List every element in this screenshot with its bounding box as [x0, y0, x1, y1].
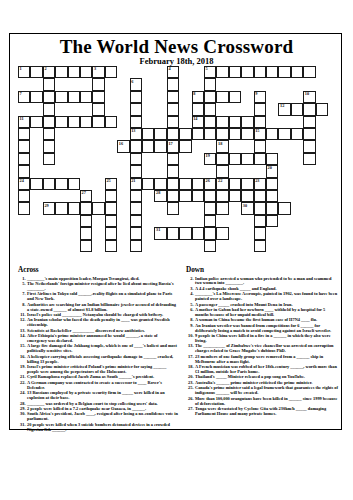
grid-cell[interactable]	[291, 103, 303, 115]
clue-text: 9 people in China were killed in a fire …	[195, 334, 338, 344]
clue-list-number: 16.	[18, 355, 27, 365]
grid-cell[interactable]	[266, 215, 278, 227]
grid-cell[interactable]: 20	[266, 165, 278, 177]
grid-cell[interactable]	[55, 66, 67, 78]
clue-number: 10	[305, 92, 309, 97]
clue-text: A German company was contracted to creat…	[27, 381, 178, 391]
clue: 15.A large fire damaged the Jokhang temp…	[18, 344, 178, 354]
grid-cell[interactable]	[18, 165, 30, 177]
across-clue-list: 1.________'s main opposition leader, Mor…	[18, 277, 178, 433]
grid-cell[interactable]	[316, 103, 328, 115]
grid-cell[interactable]	[254, 153, 266, 165]
grid-cell[interactable]	[80, 215, 92, 227]
grid-cell[interactable]	[167, 103, 179, 115]
grid-cell[interactable]	[192, 190, 204, 202]
grid-cell[interactable]	[167, 78, 179, 90]
clue-text: The Netherlands' foreign minister resign…	[27, 282, 178, 292]
grid-cell[interactable]	[179, 140, 191, 152]
grid-cell[interactable]	[105, 215, 117, 227]
grid-cell[interactable]	[92, 116, 104, 128]
clue-list-number: 24.	[18, 391, 27, 401]
clue-number: 5	[206, 67, 208, 72]
grid-cell[interactable]	[179, 190, 191, 202]
grid-cell[interactable]	[43, 116, 55, 128]
grid-cell[interactable]: 24	[18, 178, 30, 190]
grid-cell[interactable]	[241, 128, 253, 140]
grid-cell[interactable]	[130, 202, 142, 214]
clue-list-number: 19.	[18, 365, 27, 375]
grid-cell[interactable]	[229, 91, 241, 103]
clue-text: A helicopter carrying officials assessin…	[27, 355, 178, 365]
grid-cell[interactable]	[179, 227, 191, 239]
grid-cell[interactable]	[266, 153, 278, 165]
grid-cell[interactable]	[278, 128, 290, 140]
grid-cell[interactable]	[92, 202, 104, 214]
grid-cell[interactable]	[92, 103, 104, 115]
clue-number: 3	[94, 67, 96, 72]
clue-number: 28	[156, 191, 160, 196]
grid-cell[interactable]	[105, 116, 117, 128]
clue: 18.A French musician was robbed of her 1…	[186, 365, 338, 375]
clue-number: 13	[131, 129, 135, 134]
clue-number: 4	[168, 67, 170, 72]
clue-number: 23	[255, 179, 259, 184]
grid-cell[interactable]	[216, 165, 228, 177]
grid-cell[interactable]	[216, 91, 228, 103]
clue: 17.23 members of one family group were r…	[186, 355, 338, 365]
grid-cell[interactable]	[216, 66, 228, 78]
grid-cell[interactable]	[167, 190, 179, 202]
grid-cell[interactable]	[154, 128, 166, 140]
clue: 14.After Ethiopia's prime minister annou…	[18, 334, 178, 344]
clue-text: 20 people were killed when 3 suicide bom…	[27, 423, 178, 433]
clue-number: 21	[131, 179, 135, 184]
clue-text: ________'s La Misereuse Accroupie, paint…	[195, 292, 338, 302]
grid-cell[interactable]	[18, 190, 30, 202]
grid-cell[interactable]	[68, 116, 80, 128]
grid-cell[interactable]	[204, 190, 216, 202]
grid-cell[interactable]	[18, 128, 30, 140]
grid-cell[interactable]	[266, 128, 278, 140]
down-header: Down	[186, 266, 338, 274]
grid-cell[interactable]	[130, 165, 142, 177]
clue-text: 23 members of one family group were remo…	[195, 355, 338, 365]
grid-cell[interactable]	[167, 178, 179, 190]
clue-list-number: 17.	[186, 355, 195, 365]
grid-cell[interactable]	[254, 190, 266, 202]
clue-list-number: 18.	[186, 365, 195, 375]
grid-cell[interactable]	[80, 240, 92, 252]
clue-list-number: 7.	[18, 292, 27, 302]
grid-cell[interactable]: 19	[204, 153, 216, 165]
grid-cell[interactable]	[105, 66, 117, 78]
grid-cell[interactable]	[18, 140, 30, 152]
clue: 9.An Iranian wrestler was banned from co…	[186, 324, 338, 334]
grid-cell[interactable]	[142, 128, 154, 140]
grid-cell[interactable]: 28	[154, 190, 166, 202]
grid-cell[interactable]	[130, 190, 142, 202]
grid-cell[interactable]	[92, 78, 104, 90]
grid-cell[interactable]: 30	[241, 202, 253, 214]
grid-cell[interactable]	[179, 178, 191, 190]
grid-cell[interactable]	[266, 190, 278, 202]
grid-cell[interactable]	[303, 140, 315, 152]
grid-cell[interactable]	[167, 91, 179, 103]
grid-cell[interactable]	[278, 66, 290, 78]
grid-cell[interactable]	[30, 91, 42, 103]
clue-text: The __________ of Zimbabwe's vice chance…	[195, 344, 338, 354]
grid-cell[interactable]	[204, 78, 216, 90]
grid-cell[interactable]	[254, 227, 266, 239]
clue-number: 12	[280, 104, 284, 109]
grid-cell[interactable]	[204, 116, 216, 128]
clue: 12.An Iranian scholar who faced the deat…	[18, 318, 178, 328]
clue: 5.The Netherlands' foreign minister resi…	[18, 282, 178, 292]
clue-number: 14	[193, 117, 197, 122]
grid-cell[interactable]	[216, 202, 228, 214]
grid-cell[interactable]: 4	[167, 66, 179, 78]
grid-cell[interactable]	[241, 116, 253, 128]
grid-cell[interactable]	[80, 66, 92, 78]
grid-cell[interactable]	[254, 66, 266, 78]
grid-cell[interactable]	[43, 153, 55, 165]
clue-list-number: 27.	[186, 407, 195, 417]
grid-cell[interactable]: 13	[130, 128, 142, 140]
clue-text: A large fire damaged the Jokhang temple,…	[27, 344, 178, 354]
grid-cell[interactable]	[204, 103, 216, 115]
across-header: Across	[18, 266, 178, 274]
clue-list-number: 4.	[186, 292, 195, 302]
grid-cell[interactable]	[291, 128, 303, 140]
clue-text: Tonga were devastated by Cyclone Gita wi…	[195, 407, 338, 417]
clue-number: 2	[44, 67, 46, 72]
clue-list-number: 13.	[186, 344, 195, 354]
grid-cell[interactable]	[154, 140, 166, 152]
grid-cell[interactable]	[192, 103, 204, 115]
clue-number: 18	[218, 142, 222, 147]
grid-cell[interactable]	[130, 227, 142, 239]
across-clues-section: Across 1.________'s main opposition lead…	[18, 266, 178, 433]
clue-list-number: 8.	[18, 303, 27, 313]
clue-number: 29	[44, 204, 48, 209]
clue: 16.A helicopter carrying officials asses…	[18, 355, 178, 365]
grid-cell[interactable]	[43, 78, 55, 90]
grid-cell[interactable]: 31	[154, 227, 166, 239]
down-clues-section: Down 2.Indian police arrested a woman wh…	[186, 266, 338, 417]
grid-cell[interactable]	[68, 178, 80, 190]
clue-list-number: 14.	[18, 334, 27, 344]
grid-cell[interactable]	[229, 178, 241, 190]
grid-cell[interactable]	[241, 153, 253, 165]
crossword-page: { "title": "The World News Crossword", "…	[0, 0, 353, 500]
clue-number: 24	[20, 179, 24, 184]
grid-cell[interactable]	[167, 227, 179, 239]
grid-cell[interactable]	[43, 140, 55, 152]
grid-cell[interactable]: 8	[192, 91, 204, 103]
grid-cell[interactable]: 26	[204, 178, 216, 190]
clue-list-number: 5.	[18, 282, 27, 292]
clue-list-number: 26.	[186, 397, 195, 407]
clue: 2.Indian police arrested a woman who pre…	[186, 277, 338, 287]
grid-cell[interactable]	[130, 116, 142, 128]
clue-text: An Iranian scholar who faced the death p…	[27, 318, 178, 328]
grid-cell[interactable]	[303, 103, 315, 115]
grid-cell[interactable]	[30, 178, 42, 190]
clue-list-number: 22.	[18, 381, 27, 391]
clue-number: 26	[206, 179, 210, 184]
grid-cell[interactable]	[216, 153, 228, 165]
clue-number: 11	[20, 117, 24, 122]
clue-list-number: 31.	[18, 423, 27, 433]
grid-cell[interactable]: 9	[254, 91, 266, 103]
grid-cell[interactable]	[204, 128, 216, 140]
clue-number: 17	[168, 142, 172, 147]
clue-text: Canada's prime minister said a legal fra…	[195, 386, 338, 396]
grid-cell[interactable]	[254, 140, 266, 152]
clue-number: 19	[206, 154, 210, 159]
grid-cell[interactable]	[241, 190, 253, 202]
clue-list-number: 6.	[186, 308, 195, 318]
clue: 26.More than 100,000 orangutans have bee…	[186, 397, 338, 407]
grid-cell[interactable]	[105, 190, 117, 202]
grid-cell[interactable]	[154, 178, 166, 190]
grid-cell[interactable]: 10	[303, 91, 315, 103]
clue-text: First Airlines in Tokyo sold ______-real…	[27, 292, 178, 302]
grid-cell[interactable]: 14	[192, 116, 204, 128]
clue-text: After Ethiopia's prime minister announce…	[27, 334, 178, 344]
clue-number: 6	[131, 80, 133, 85]
clue-number: 25	[106, 179, 110, 184]
grid-cell[interactable]	[229, 116, 241, 128]
grid-cell[interactable]	[179, 128, 191, 140]
grid-cell[interactable]	[204, 215, 216, 227]
clue-list-number: 10.	[186, 334, 195, 344]
grid-cell[interactable]: 22	[216, 178, 228, 190]
clue-list-number: 9.	[186, 324, 195, 334]
clue: 4.________'s La Misereuse Accroupie, pai…	[186, 292, 338, 302]
grid-cell[interactable]	[55, 178, 67, 190]
grid-cell[interactable]	[303, 153, 315, 165]
clue-number: 31	[156, 228, 160, 233]
grid-cell[interactable]	[216, 128, 228, 140]
grid-cell[interactable]	[254, 215, 266, 227]
clue-text: More than 100,000 orangutans have been k…	[195, 397, 338, 407]
grid-cell[interactable]	[229, 153, 241, 165]
grid-cell[interactable]: 16	[117, 140, 129, 152]
grid-cell[interactable]: 5	[204, 66, 216, 78]
clue-number: 9	[255, 92, 257, 97]
clue-text: Indian police arrested a woman who prete…	[195, 277, 338, 287]
clue-text: Authorities are searching for an Indian …	[27, 303, 178, 313]
grid-cell[interactable]	[55, 202, 67, 214]
grid-cell[interactable]: 3	[92, 66, 104, 78]
clue-text: South Africa's president, Jacob ____, re…	[27, 412, 178, 422]
grid-cell[interactable]	[278, 202, 290, 214]
grid-cell[interactable]	[55, 91, 67, 103]
grid-cell[interactable]	[216, 227, 228, 239]
grid-cell[interactable]	[167, 128, 179, 140]
grid-cell[interactable]	[229, 190, 241, 202]
grid-cell[interactable]: 23	[254, 178, 266, 190]
grid-cell[interactable]	[241, 178, 253, 190]
clue-text: An Iranian wrestler was banned from comp…	[195, 324, 338, 334]
grid-cell[interactable]: 15	[254, 128, 266, 140]
grid-cell[interactable]	[130, 215, 142, 227]
clue-text: Israel's prime minister criticised Polan…	[27, 365, 178, 375]
clue: 6.A mother in Gabon had her newborn ____…	[186, 308, 338, 318]
clue-number: 22	[218, 179, 222, 184]
clue-list-number: 15.	[18, 344, 27, 354]
clue-number: 30	[243, 204, 247, 209]
grid-cell[interactable]: 27	[80, 190, 92, 202]
clue: 24.13 Russians employed by a private sec…	[18, 391, 178, 401]
grid-cell[interactable]	[204, 202, 216, 214]
grid-cell[interactable]	[204, 240, 216, 252]
grid-cell[interactable]: 12	[278, 103, 290, 115]
clue: 22.A German company was contracted to cr…	[18, 381, 178, 391]
grid-cell[interactable]	[254, 202, 266, 214]
grid-cell[interactable]: 29	[43, 202, 55, 214]
grid-cell[interactable]	[43, 91, 55, 103]
grid-cell[interactable]	[130, 153, 142, 165]
grid-cell[interactable]	[266, 178, 278, 190]
clue-text: A mother in Gabon had her newborn ____ w…	[195, 308, 338, 318]
grid-cell[interactable]	[130, 240, 142, 252]
crossword-grid: 1234567891012111413151617181920242521262…	[0, 0, 353, 270]
clue-text: A French musician was robbed of her 18th…	[195, 365, 338, 375]
grid-cell[interactable]	[142, 140, 154, 152]
grid-cell[interactable]	[142, 178, 154, 190]
grid-cell[interactable]	[291, 66, 303, 78]
grid-cell[interactable]	[167, 165, 179, 177]
grid-cell[interactable]	[43, 178, 55, 190]
grid-cell[interactable]	[241, 66, 253, 78]
grid-cell[interactable]: 21	[130, 178, 142, 190]
grid-cell[interactable]	[303, 66, 315, 78]
grid-cell[interactable]	[204, 91, 216, 103]
clue-list-number: 30.	[18, 412, 27, 422]
clue: 25.Canada's prime minister said a legal …	[186, 386, 338, 396]
grid-cell[interactable]	[254, 240, 266, 252]
grid-cell[interactable]	[167, 202, 179, 214]
clue-number: 8	[193, 92, 195, 97]
grid-cell[interactable]	[192, 227, 204, 239]
grid-cell[interactable]	[254, 116, 266, 128]
clue-number: 16	[119, 142, 123, 147]
grid-cell[interactable]	[68, 91, 80, 103]
clue: 10.9 people in China were killed in a fi…	[186, 334, 338, 344]
clue: 8.Authorities are searching for an India…	[18, 303, 178, 313]
grid-cell[interactable]	[18, 153, 30, 165]
clue-list-number: 2.	[186, 277, 195, 287]
clue-number: 27	[82, 191, 86, 196]
down-clue-list: 2.Indian police arrested a woman who pre…	[186, 277, 338, 417]
grid-cell[interactable]	[92, 91, 104, 103]
clue-number: 15	[255, 129, 259, 134]
grid-cell[interactable]	[30, 66, 42, 78]
grid-cell[interactable]: 25	[105, 178, 117, 190]
clue: 13.The __________ of Zimbabwe's vice cha…	[186, 344, 338, 354]
grid-cell[interactable]	[55, 116, 67, 128]
grid-cell[interactable]	[30, 116, 42, 128]
grid-cell[interactable]	[303, 128, 315, 140]
clue-list-number: 25.	[186, 386, 195, 396]
grid-cell[interactable]	[105, 202, 117, 214]
grid-cell[interactable]	[266, 202, 278, 214]
grid-cell[interactable]: 7	[18, 91, 30, 103]
clue-list-number: 12.	[18, 318, 27, 328]
grid-cell[interactable]	[192, 128, 204, 140]
grid-cell[interactable]	[80, 202, 92, 214]
clue-number: 1	[20, 67, 22, 72]
grid-cell[interactable]	[80, 116, 92, 128]
grid-cell[interactable]	[266, 66, 278, 78]
grid-cell[interactable]	[167, 116, 179, 128]
grid-cell[interactable]	[204, 227, 216, 239]
clue-number: 7	[20, 92, 22, 97]
clue: 27.Tonga were devastated by Cyclone Gita…	[186, 407, 338, 417]
grid-cell[interactable]	[43, 103, 55, 115]
grid-cell[interactable]	[254, 103, 266, 115]
grid-cell[interactable]: 18	[216, 140, 228, 152]
grid-cell[interactable]	[130, 91, 142, 103]
grid-cell[interactable]	[229, 66, 241, 78]
grid-cell[interactable]: 1	[18, 66, 30, 78]
grid-cell[interactable]	[105, 227, 117, 239]
grid-cell[interactable]	[216, 116, 228, 128]
grid-cell[interactable]	[18, 202, 30, 214]
grid-cell[interactable]	[303, 116, 315, 128]
clue-number: 20	[268, 166, 272, 171]
clue: 31.20 people were killed when 3 suicide …	[18, 423, 178, 433]
grid-cell[interactable]	[167, 153, 179, 165]
clue: 30.South Africa's president, Jacob ____,…	[18, 412, 178, 422]
grid-cell[interactable]: 6	[130, 78, 142, 90]
grid-cell[interactable]: 2	[43, 66, 55, 78]
grid-cell[interactable]	[229, 128, 241, 140]
grid-cell[interactable]	[105, 240, 117, 252]
clue: 7.First Airlines in Tokyo sold ______-re…	[18, 292, 178, 302]
grid-cell[interactable]	[130, 140, 142, 152]
grid-cell[interactable]	[68, 202, 80, 214]
grid-cell[interactable]	[192, 178, 204, 190]
grid-cell[interactable]	[80, 227, 92, 239]
clue: 19.Israel's prime minister criticised Po…	[18, 365, 178, 375]
clue-text: 13 Russians employed by a private securi…	[27, 391, 178, 401]
grid-cell[interactable]: 11	[18, 116, 30, 128]
grid-cell[interactable]	[68, 66, 80, 78]
grid-cell[interactable]	[130, 103, 142, 115]
grid-cell[interactable]: 17	[167, 140, 179, 152]
grid-cell[interactable]	[80, 91, 92, 103]
grid-cell[interactable]	[216, 190, 228, 202]
grid-cell[interactable]	[43, 128, 55, 140]
